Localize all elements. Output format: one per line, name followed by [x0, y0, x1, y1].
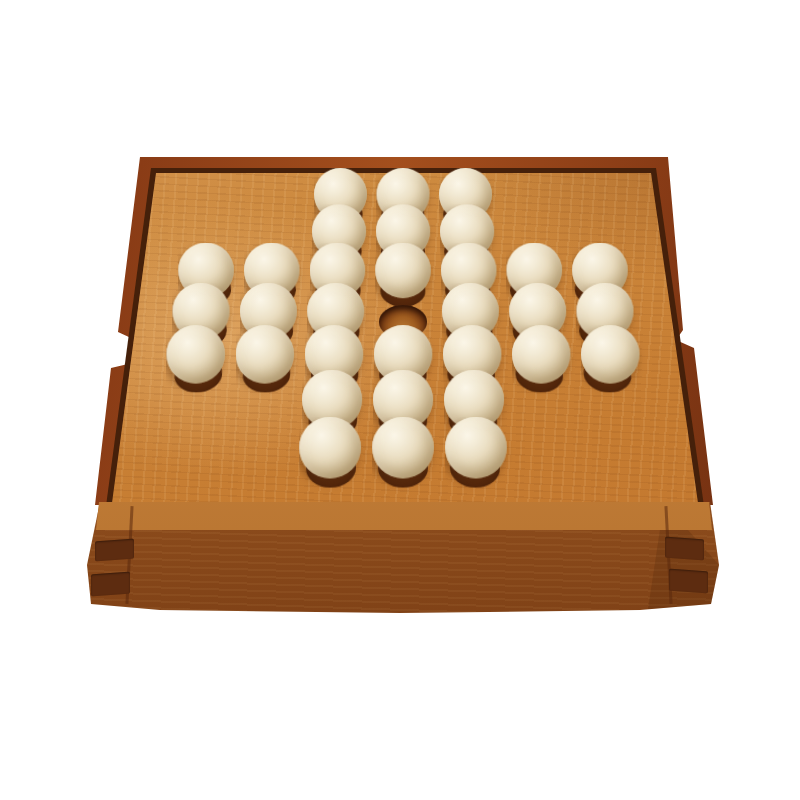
cell-r5c1 [163, 341, 236, 385]
finger-joint [91, 572, 130, 597]
cell-r7c5 [438, 430, 511, 478]
peg-marble[interactable] [166, 325, 225, 384]
peg-marble[interactable] [581, 325, 640, 384]
cell-r6c7 [574, 384, 649, 430]
peg-marble[interactable] [299, 417, 361, 479]
cell-r3c4 [370, 260, 435, 299]
peg-solitaire-product-photo [0, 0, 800, 800]
finger-joint [665, 537, 704, 561]
cell-r1c2 [248, 187, 312, 223]
cell-r1c7 [555, 187, 621, 223]
finger-joint [95, 539, 134, 562]
cell-r7c6 [509, 430, 584, 478]
peg-marble[interactable] [445, 417, 507, 479]
peg-marble[interactable] [512, 325, 571, 384]
cell-r7c4 [367, 430, 439, 478]
cell-r6c6 [506, 384, 579, 430]
cell-r7c1 [150, 430, 227, 478]
finger-joint [669, 569, 708, 594]
cell-r5c2 [232, 341, 303, 385]
cell-r5c7 [570, 341, 643, 385]
cell-r5c6 [503, 341, 574, 385]
cell-r6c1 [157, 384, 232, 430]
cell-r1c1 [186, 187, 252, 223]
peg-marble[interactable] [236, 325, 295, 384]
peg-marble[interactable] [375, 243, 431, 299]
cell-r7c2 [222, 430, 297, 478]
peg-grid [150, 187, 656, 479]
cell-r1c6 [494, 187, 558, 223]
cell-r6c2 [227, 384, 300, 430]
peg-marble[interactable] [372, 417, 434, 479]
cell-r7c7 [579, 430, 656, 478]
cell-r7c3 [294, 430, 367, 478]
